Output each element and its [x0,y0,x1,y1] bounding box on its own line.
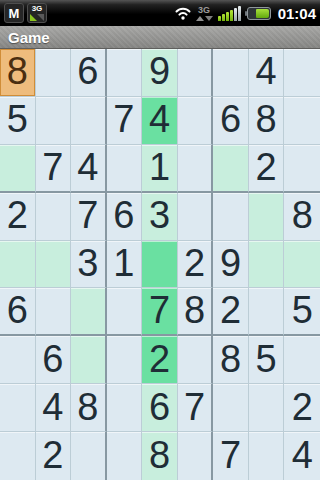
cell-r6c3[interactable] [71,288,107,336]
cell-r1c4[interactable] [107,49,143,97]
cell-r7c8[interactable]: 5 [249,336,285,384]
network-3g-label: 3G [198,6,210,15]
cell-r2c2[interactable] [36,97,72,145]
phone-screen: M 3G 3G 01:04 [0,0,320,480]
cell-r9c7[interactable]: 7 [213,432,249,480]
cell-r9c8[interactable] [249,432,285,480]
cell-r1c7[interactable] [213,49,249,97]
data-3g-label: 3G [32,5,43,13]
cell-r7c1[interactable] [0,336,36,384]
network-3g-arrows [196,16,213,21]
signal-strength-icon [218,6,241,21]
cell-r1c1[interactable]: 8 [0,49,36,97]
cell-r2c6[interactable] [178,97,214,145]
cell-r9c4[interactable] [107,432,143,480]
notification-icons: M 3G [4,3,47,23]
cell-r9c6[interactable] [178,432,214,480]
cell-r4c2[interactable] [36,193,72,241]
cell-r7c3[interactable] [71,336,107,384]
cell-r5c9[interactable] [284,241,320,289]
cell-r3c8[interactable]: 2 [249,145,285,193]
cell-r8c8[interactable] [249,384,285,432]
cell-r5c2[interactable] [36,241,72,289]
cell-r9c9[interactable]: 4 [284,432,320,480]
cell-r1c9[interactable] [284,49,320,97]
cell-r4c5[interactable]: 3 [142,193,178,241]
system-icons: 3G 01:04 [175,5,316,22]
cell-r5c4[interactable]: 1 [107,241,143,289]
cell-r8c6[interactable]: 7 [178,384,214,432]
cell-r5c8[interactable] [249,241,285,289]
cell-r9c5[interactable]: 8 [142,432,178,480]
title-bar: Game [0,26,320,49]
cell-r4c4[interactable]: 6 [107,193,143,241]
cell-r6c9[interactable]: 5 [284,288,320,336]
cell-r1c6[interactable] [178,49,214,97]
cell-r7c5[interactable]: 2 [142,336,178,384]
cell-r1c2[interactable] [36,49,72,97]
sudoku-board: 8694574687412276383129678256285486722874 [0,49,320,480]
cell-r3c6[interactable] [178,145,214,193]
cell-r7c9[interactable] [284,336,320,384]
cell-r3c5[interactable]: 1 [142,145,178,193]
cell-r4c3[interactable]: 7 [71,193,107,241]
cell-r2c3[interactable] [71,97,107,145]
cell-r3c4[interactable] [107,145,143,193]
cell-r2c5[interactable]: 4 [142,97,178,145]
battery-icon [247,7,271,20]
gmail-icon-glyph: M [9,7,20,20]
cell-r8c2[interactable]: 4 [36,384,72,432]
cell-r6c6[interactable]: 8 [178,288,214,336]
cell-r7c6[interactable] [178,336,214,384]
cell-r5c6[interactable]: 2 [178,241,214,289]
status-bar: M 3G 3G 01:04 [0,0,320,26]
network-3g-icon: 3G [196,6,213,21]
clock: 01:04 [278,5,316,22]
cell-r2c9[interactable] [284,97,320,145]
cell-r3c2[interactable]: 7 [36,145,72,193]
cell-r5c5[interactable] [142,241,178,289]
cell-r4c9[interactable]: 8 [284,193,320,241]
cell-r4c1[interactable]: 2 [0,193,36,241]
cell-r5c3[interactable]: 3 [71,241,107,289]
cell-r8c4[interactable] [107,384,143,432]
cell-r2c7[interactable]: 6 [213,97,249,145]
cell-r6c2[interactable] [36,288,72,336]
cell-r8c7[interactable] [213,384,249,432]
cell-r3c7[interactable] [213,145,249,193]
wifi-icon [175,6,191,20]
cell-r7c7[interactable]: 8 [213,336,249,384]
cell-r9c3[interactable] [71,432,107,480]
cell-r6c8[interactable] [249,288,285,336]
page-title: Game [0,29,50,46]
cell-r4c7[interactable] [213,193,249,241]
cell-r6c1[interactable]: 6 [0,288,36,336]
cell-r8c3[interactable]: 8 [71,384,107,432]
cell-r2c8[interactable]: 8 [249,97,285,145]
cell-r9c1[interactable] [0,432,36,480]
cell-r3c9[interactable] [284,145,320,193]
cell-r6c5[interactable]: 7 [142,288,178,336]
cell-r3c1[interactable] [0,145,36,193]
gmail-icon: M [4,3,24,23]
cell-r4c8[interactable] [249,193,285,241]
cell-r9c2[interactable]: 2 [36,432,72,480]
cell-r8c9[interactable]: 2 [284,384,320,432]
cell-r1c3[interactable]: 6 [71,49,107,97]
cell-r1c8[interactable]: 4 [249,49,285,97]
cell-r5c7[interactable]: 9 [213,241,249,289]
cell-r2c4[interactable]: 7 [107,97,143,145]
cell-r8c1[interactable] [0,384,36,432]
cell-r6c7[interactable]: 2 [213,288,249,336]
cell-r2c1[interactable]: 5 [0,97,36,145]
cell-r1c5[interactable]: 9 [142,49,178,97]
cell-r7c4[interactable] [107,336,143,384]
cell-r8c5[interactable]: 6 [142,384,178,432]
cell-r4c6[interactable] [178,193,214,241]
data-activity-arrows [30,14,44,21]
cell-r5c1[interactable] [0,241,36,289]
cell-r6c4[interactable] [107,288,143,336]
cell-r7c2[interactable]: 6 [36,336,72,384]
cell-r3c3[interactable]: 4 [71,145,107,193]
data-3g-icon: 3G [27,3,47,23]
